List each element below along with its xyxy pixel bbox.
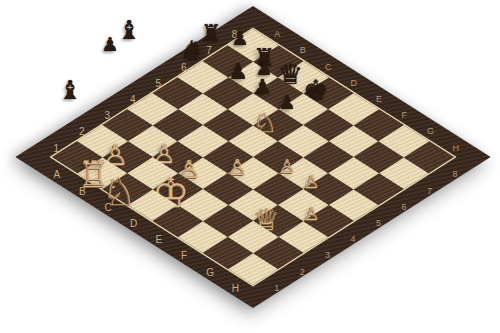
chess-board[interactable]: ♚♙♙♛♟♙♜♟♘♕♟♙♙♙♔♙♘♖ (49, 27, 456, 286)
captured-black-rook-5[interactable]: ♜ (201, 22, 222, 45)
captured-black-pawn-6[interactable]: ♟ (231, 29, 248, 48)
captured-black-bishop-1[interactable]: ♝ (58, 77, 81, 103)
captured-black-pawn-2[interactable]: ♟ (101, 35, 118, 54)
captured-black-pawn-7[interactable]: ♟ (255, 59, 272, 78)
captured-black-knight-4[interactable]: ♞ (179, 37, 202, 63)
captured-black-bishop-3[interactable]: ♝ (117, 17, 140, 43)
chess-product-photo-scene: ♚♙♙♛♟♙♜♟♘♕♟♙♙♙♔♙♘♖ AABBCCDDEEFFGGHH11223… (0, 0, 500, 333)
chess-board-frame: ♚♙♙♛♟♙♜♟♘♕♟♙♙♙♔♙♘♖ AABBCCDDEEFFGGHH11223… (15, 6, 490, 308)
